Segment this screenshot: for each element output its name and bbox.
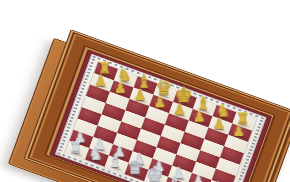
silver-bishop: ♝ bbox=[107, 153, 122, 170]
silver-knight: ♞ bbox=[88, 147, 102, 163]
gold-pawn: ♟ bbox=[232, 124, 245, 138]
board-ivory-mat: ♜♞♝♛♚♝♞♜♟♟♟♟♟♟♟♟♟♟♟♟♟♟♟♟♜♞♝♛♚♝♞♜ bbox=[55, 54, 266, 182]
gold-pawn: ♟ bbox=[114, 81, 127, 95]
gold-pawn: ♟ bbox=[192, 109, 205, 123]
gold-pawn: ♟ bbox=[133, 88, 146, 102]
silver-rook: ♜ bbox=[69, 140, 82, 155]
gold-pawn: ♟ bbox=[94, 74, 107, 88]
gold-pawn: ♟ bbox=[212, 117, 225, 131]
silver-pawn: ♟ bbox=[211, 180, 224, 182]
silver-bishop: ♝ bbox=[166, 174, 181, 182]
square-h2: ♟ bbox=[208, 180, 232, 182]
silver-queen: ♛ bbox=[126, 158, 143, 177]
chess-set-scene: ♜♞♝♛♚♝♞♜♟♟♟♟♟♟♟♟♟♟♟♟♟♟♟♟♜♞♝♛♚♝♞♜ bbox=[24, 29, 290, 182]
board-maroon-border: ♜♞♝♛♚♝♞♜♟♟♟♟♟♟♟♟♟♟♟♟♟♟♟♟♜♞♝♛♚♝♞♜ bbox=[49, 50, 272, 182]
chess-set-photo: ♜♞♝♛♚♝♞♜♟♟♟♟♟♟♟♟♟♟♟♟♟♟♟♟♜♞♝♛♚♝♞♜ bbox=[0, 0, 290, 182]
gold-pawn: ♟ bbox=[153, 95, 166, 109]
gold-pawn: ♟ bbox=[173, 102, 186, 116]
silver-king: ♚ bbox=[145, 164, 163, 182]
board-grid: ♜♞♝♛♚♝♞♜♟♟♟♟♟♟♟♟♟♟♟♟♟♟♟♟♜♞♝♛♚♝♞♜ bbox=[65, 62, 256, 182]
